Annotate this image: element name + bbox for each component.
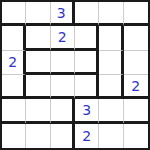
cell-r4c2[interactable]	[26, 75, 50, 99]
cell-r5c3[interactable]	[51, 99, 75, 123]
cell-r5c1[interactable]	[2, 99, 26, 123]
cell-r1c1[interactable]	[2, 2, 26, 26]
clue-cell-r5c4: 3	[75, 99, 99, 123]
clue-cell-r4c6: 2	[124, 75, 148, 99]
cell-r3c5[interactable]	[99, 51, 123, 75]
cell-r3c4[interactable]	[75, 51, 99, 75]
cell-r6c3[interactable]	[51, 124, 75, 148]
cell-r1c4[interactable]	[75, 2, 99, 26]
cell-r3c6[interactable]	[124, 51, 148, 75]
clue-cell-r3c1: 2	[2, 51, 26, 75]
cell-r2c1[interactable]	[2, 26, 26, 50]
cell-r6c1[interactable]	[2, 124, 26, 148]
cell-r1c2[interactable]	[26, 2, 50, 26]
cell-r4c1[interactable]	[2, 75, 26, 99]
cell-r6c2[interactable]	[26, 124, 50, 148]
suguru-board: 322232	[0, 0, 150, 150]
cell-r4c4[interactable]	[75, 75, 99, 99]
cell-r5c6[interactable]	[124, 99, 148, 123]
cell-r4c5[interactable]	[99, 75, 123, 99]
clue-cell-r6c4: 2	[75, 124, 99, 148]
clue-cell-r2c3: 2	[51, 26, 75, 50]
clue-cell-r1c3: 3	[51, 2, 75, 26]
cell-r2c4[interactable]	[75, 26, 99, 50]
cell-r6c6[interactable]	[124, 124, 148, 148]
cell-r5c5[interactable]	[99, 99, 123, 123]
cell-r4c3[interactable]	[51, 75, 75, 99]
cell-r5c2[interactable]	[26, 99, 50, 123]
cell-r1c6[interactable]	[124, 2, 148, 26]
cell-r1c5[interactable]	[99, 2, 123, 26]
cell-r3c2[interactable]	[26, 51, 50, 75]
cell-r3c3[interactable]	[51, 51, 75, 75]
cell-r6c5[interactable]	[99, 124, 123, 148]
cell-r2c2[interactable]	[26, 26, 50, 50]
cell-r2c6[interactable]	[124, 26, 148, 50]
cell-r2c5[interactable]	[99, 26, 123, 50]
